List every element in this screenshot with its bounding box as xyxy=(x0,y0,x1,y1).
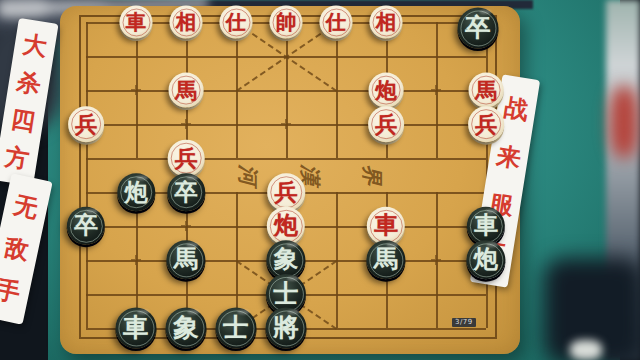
piece-character: 兵 xyxy=(475,113,497,135)
piece-character: 兵 xyxy=(274,180,297,203)
piece-character: 炮 xyxy=(474,248,498,272)
piece-red-advisor[interactable]: 仕 xyxy=(320,6,353,39)
piece-character: 馬 xyxy=(175,79,197,101)
piece-character: 車 xyxy=(474,214,498,238)
piece-character: 馬 xyxy=(374,248,398,272)
piece-character: 炮 xyxy=(124,180,147,203)
piece-red-elephant[interactable]: 相 xyxy=(370,6,403,39)
piece-character: 卒 xyxy=(174,180,197,203)
banner-character: 四 xyxy=(9,107,36,134)
piece-character: 車 xyxy=(123,315,148,340)
piece-red-horse[interactable]: 馬 xyxy=(469,73,504,108)
piece-character: 士 xyxy=(274,282,299,307)
piece-red-soldier[interactable]: 兵 xyxy=(168,140,205,177)
banner-character: 敌 xyxy=(3,235,31,263)
piece-red-soldier[interactable]: 兵 xyxy=(68,106,104,142)
point-marker xyxy=(131,255,141,265)
piece-black-soldier[interactable]: 卒 xyxy=(457,7,498,48)
point-marker xyxy=(131,85,141,95)
point-marker xyxy=(181,119,191,129)
river-calligraphy: 界 xyxy=(358,165,386,186)
piece-red-cannon[interactable]: 炮 xyxy=(369,73,404,108)
piece-red-chariot[interactable]: 車 xyxy=(120,6,153,39)
piece-character: 車 xyxy=(126,12,146,32)
point-marker xyxy=(181,221,191,231)
piece-character: 炮 xyxy=(274,214,298,238)
piece-red-horse[interactable]: 馬 xyxy=(169,73,204,108)
piece-black-advisor[interactable]: 士 xyxy=(215,307,256,348)
xiangqi-board: 3/79 楚河漢界車相仕帥仕相馬炮馬兵兵兵兵炮卒兵卒炮車車馬象馬炮士車象士將 xyxy=(60,6,520,354)
piece-character: 士 xyxy=(223,315,248,340)
piece-character: 炮 xyxy=(375,79,397,101)
banner-character: 无 xyxy=(12,192,40,220)
point-marker xyxy=(431,85,441,95)
piece-character: 卒 xyxy=(74,214,98,238)
photo-of-xiangqi-game: 3/79 楚河漢界車相仕帥仕相馬炮馬兵兵兵兵炮卒兵卒炮車車馬象馬炮士車象士將 大… xyxy=(0,0,640,360)
point-marker xyxy=(281,119,291,129)
banner-character: 杀 xyxy=(15,70,42,97)
piece-red-king[interactable]: 帥 xyxy=(270,6,303,39)
piece-character: 仕 xyxy=(326,12,346,32)
piece-character: 兵 xyxy=(375,113,397,135)
slogan-banner-left-bottom: 无敌手 xyxy=(0,173,53,325)
piece-character: 卒 xyxy=(465,15,490,40)
piece-black-king[interactable]: 將 xyxy=(265,307,306,348)
piece-red-soldier[interactable]: 兵 xyxy=(267,173,305,211)
background-bottom-right-object xyxy=(570,340,602,360)
piece-red-soldier[interactable]: 兵 xyxy=(468,106,504,142)
piece-character: 兵 xyxy=(175,147,198,170)
banner-character: 来 xyxy=(495,143,522,170)
piece-red-advisor[interactable]: 仕 xyxy=(220,6,253,39)
piece-character: 仕 xyxy=(226,12,246,32)
piece-red-elephant[interactable]: 相 xyxy=(170,6,203,39)
point-marker xyxy=(431,255,441,265)
piece-character: 帥 xyxy=(276,12,296,32)
piece-character: 馬 xyxy=(475,79,497,101)
banner-character: 战 xyxy=(503,95,530,122)
piece-character: 相 xyxy=(376,12,396,32)
river-calligraphy: 河 xyxy=(234,165,262,186)
piece-red-soldier[interactable]: 兵 xyxy=(368,106,404,142)
piece-character: 將 xyxy=(273,315,298,340)
banner-character: 手 xyxy=(0,277,22,305)
piece-character: 兵 xyxy=(75,113,97,135)
piece-character: 象 xyxy=(274,248,298,272)
piece-character: 象 xyxy=(173,315,198,340)
piece-character: 車 xyxy=(374,214,398,238)
banner-character: 方 xyxy=(3,145,30,172)
background-red-blur xyxy=(610,86,638,158)
piece-character: 馬 xyxy=(174,248,198,272)
piece-black-soldier[interactable]: 卒 xyxy=(167,173,205,211)
piece-character: 相 xyxy=(176,12,196,32)
banner-character: 大 xyxy=(21,32,48,59)
piece-black-cannon[interactable]: 炮 xyxy=(117,173,155,211)
piece-black-chariot[interactable]: 車 xyxy=(115,307,156,348)
piece-black-elephant[interactable]: 象 xyxy=(165,307,206,348)
